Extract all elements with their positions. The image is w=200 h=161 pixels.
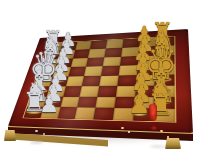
pieces-layer: ♜♞♝♛♚♝♞♜♟♟♟♟♟♟♟♟♟♟♟♟♟♟♟♟♜♞♝♛♚♝♞♜ [0, 0, 200, 161]
chess-set-photo: ♜♞♝♛♚♝♞♜♟♟♟♟♟♟♟♟♟♟♟♟♟♟♟♟♜♞♝♛♚♝♞♜ [0, 0, 200, 161]
red-reflection [149, 104, 157, 121]
piece-white-pawn[interactable]: ♟ [38, 93, 61, 116]
